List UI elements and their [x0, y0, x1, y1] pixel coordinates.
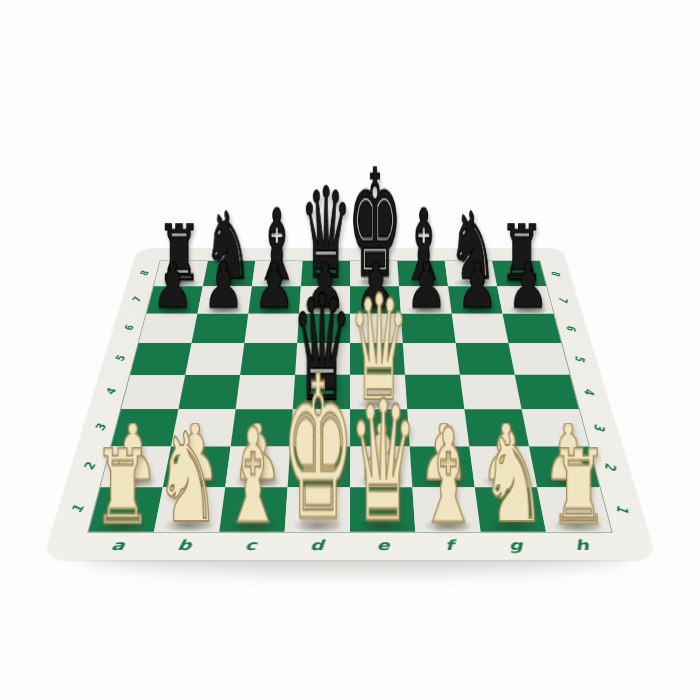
file-label-c: c	[216, 533, 285, 560]
square-g6	[452, 314, 509, 343]
piece-white-knight-b1: ♞	[154, 430, 220, 529]
file-label-g: g	[481, 533, 552, 560]
chess-scene: ♜♞♝♛♚♝♞♜♟♟♟♟♟♟♟♟♛♛♟♟♟♟♟♟♟♟♜♞♝♚♛♝♞♜ abcde…	[0, 0, 700, 700]
square-e1: ♛	[350, 487, 415, 532]
square-b5	[185, 343, 244, 375]
square-a4	[121, 375, 185, 409]
file-label-e: e	[350, 533, 417, 560]
vinyl-chess-mat: ♜♞♝♛♚♝♞♜♟♟♟♟♟♟♟♟♛♛♟♟♟♟♟♟♟♟♜♞♝♚♛♝♞♜ abcde…	[45, 249, 656, 560]
chess-board-grid: ♜♞♝♛♚♝♞♜♟♟♟♟♟♟♟♟♛♛♟♟♟♟♟♟♟♟♜♞♝♚♛♝♞♜	[89, 261, 612, 532]
square-g5	[456, 343, 515, 375]
square-g1: ♞	[475, 487, 546, 532]
piece-black-pawn-f7: ♟	[406, 261, 447, 312]
piece-white-knight-g1: ♞	[480, 430, 546, 529]
square-h4	[515, 375, 579, 409]
square-a1: ♜	[89, 487, 163, 532]
piece-white-queen-e1: ♛	[348, 396, 418, 530]
file-label-b: b	[148, 533, 219, 560]
square-c1: ♝	[219, 487, 287, 532]
square-f1: ♝	[412, 487, 480, 532]
piece-white-bishop-f1: ♝	[417, 424, 478, 529]
square-g7: ♟	[448, 286, 502, 313]
file-labels-bottom: abcdefgh	[81, 533, 619, 560]
piece-white-king-d1: ♚	[281, 371, 354, 529]
piece-white-bishop-c1: ♝	[222, 424, 283, 529]
piece-black-pawn-g7: ♟	[456, 261, 497, 312]
square-b7: ♟	[197, 286, 251, 313]
photo-canvas: ♜♞♝♛♚♝♞♜♟♟♟♟♟♟♟♟♛♛♟♟♟♟♟♟♟♟♜♞♝♚♛♝♞♜ abcde…	[0, 0, 700, 700]
square-d1: ♚	[285, 487, 350, 532]
piece-black-pawn-c7: ♟	[253, 261, 294, 312]
piece-white-rook-a1: ♜	[92, 447, 151, 529]
file-label-d: d	[283, 533, 350, 560]
piece-white-rook-h1: ♜	[548, 447, 607, 529]
square-b6	[192, 314, 249, 343]
file-label-h: h	[546, 533, 619, 560]
file-label-f: f	[415, 533, 484, 560]
square-b1: ♞	[154, 487, 225, 532]
file-label-a: a	[81, 533, 154, 560]
piece-black-pawn-b7: ♟	[203, 261, 244, 312]
square-h1: ♜	[537, 487, 611, 532]
